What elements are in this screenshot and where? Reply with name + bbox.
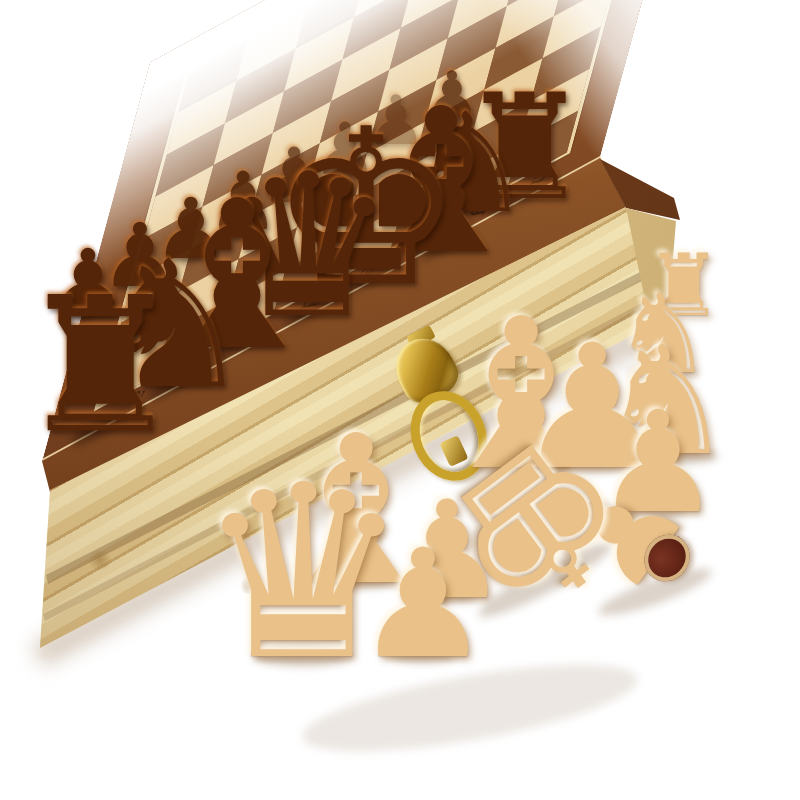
dark-rook: ♜ — [17, 273, 184, 459]
pine-knot — [87, 550, 113, 570]
product-photo-stage: abcdefgh ♟♟♟♟♟♟♟♟♜♞♝♛♚♝♞♜♜♞♞♝♟♟♝♟♛♟♚♟ — [0, 0, 800, 800]
light-pawn: ♟ — [356, 529, 490, 679]
